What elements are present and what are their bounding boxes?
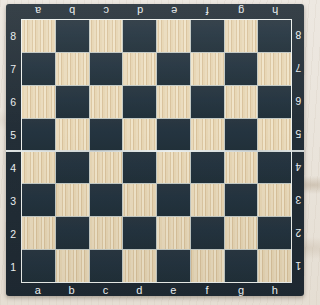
file-label-bottom-f: f	[190, 283, 224, 296]
square-h7[interactable]	[258, 53, 291, 85]
square-h5[interactable]	[258, 119, 291, 151]
rank-label-right-5: 5	[292, 118, 304, 151]
square-g5[interactable]	[225, 119, 258, 151]
square-e3[interactable]	[157, 184, 190, 216]
file-label-top-d: d	[123, 4, 157, 19]
square-h1[interactable]	[258, 250, 291, 282]
file-label-top-b: b	[55, 4, 89, 19]
square-g2[interactable]	[225, 217, 258, 249]
file-labels-bottom: abcdefgh	[21, 283, 292, 296]
square-d8[interactable]	[123, 20, 156, 52]
square-g4[interactable]	[225, 152, 258, 184]
square-g6[interactable]	[225, 86, 258, 118]
square-d5[interactable]	[123, 119, 156, 151]
rank-label-right-2: 2	[292, 217, 304, 250]
square-f5[interactable]	[191, 119, 224, 151]
square-a5[interactable]	[22, 119, 55, 151]
rank-label-right-7: 7	[292, 52, 304, 85]
square-d2[interactable]	[123, 217, 156, 249]
square-g3[interactable]	[225, 184, 258, 216]
square-a1[interactable]	[22, 250, 55, 282]
square-e8[interactable]	[157, 20, 190, 52]
square-b8[interactable]	[56, 20, 89, 52]
file-label-top-c: c	[89, 4, 123, 19]
file-label-top-h: h	[258, 4, 292, 19]
rank-label-right-6: 6	[292, 85, 304, 118]
square-h2[interactable]	[258, 217, 291, 249]
file-label-top-e: e	[157, 4, 191, 19]
rank-label-left-3: 3	[6, 184, 21, 217]
square-f8[interactable]	[191, 20, 224, 52]
square-d1[interactable]	[123, 250, 156, 282]
square-e5[interactable]	[157, 119, 190, 151]
rank-labels-right: 87654321	[292, 19, 304, 283]
square-h8[interactable]	[258, 20, 291, 52]
fold-seam	[6, 150, 304, 152]
square-f2[interactable]	[191, 217, 224, 249]
rank-label-left-6: 6	[6, 85, 21, 118]
square-f4[interactable]	[191, 152, 224, 184]
file-label-bottom-e: e	[157, 283, 191, 296]
square-b2[interactable]	[56, 217, 89, 249]
square-e2[interactable]	[157, 217, 190, 249]
chess-board: abcdefgh 87654321 87654321 abcdefgh	[6, 4, 304, 296]
square-c5[interactable]	[90, 119, 123, 151]
square-a6[interactable]	[22, 86, 55, 118]
square-e7[interactable]	[157, 53, 190, 85]
square-a3[interactable]	[22, 184, 55, 216]
square-a8[interactable]	[22, 20, 55, 52]
square-a2[interactable]	[22, 217, 55, 249]
square-d7[interactable]	[123, 53, 156, 85]
square-d4[interactable]	[123, 152, 156, 184]
square-g8[interactable]	[225, 20, 258, 52]
square-f6[interactable]	[191, 86, 224, 118]
file-labels-top: abcdefgh	[21, 4, 292, 19]
rank-label-left-1: 1	[6, 250, 21, 283]
square-a4[interactable]	[22, 152, 55, 184]
square-d6[interactable]	[123, 86, 156, 118]
square-e6[interactable]	[157, 86, 190, 118]
square-f3[interactable]	[191, 184, 224, 216]
square-g1[interactable]	[225, 250, 258, 282]
rank-label-right-3: 3	[292, 184, 304, 217]
square-c4[interactable]	[90, 152, 123, 184]
file-label-bottom-d: d	[123, 283, 157, 296]
square-h3[interactable]	[258, 184, 291, 216]
square-c8[interactable]	[90, 20, 123, 52]
square-c2[interactable]	[90, 217, 123, 249]
square-b3[interactable]	[56, 184, 89, 216]
rank-label-right-4: 4	[292, 151, 304, 184]
square-b5[interactable]	[56, 119, 89, 151]
square-c7[interactable]	[90, 53, 123, 85]
square-e1[interactable]	[157, 250, 190, 282]
square-h4[interactable]	[258, 152, 291, 184]
square-b6[interactable]	[56, 86, 89, 118]
square-c1[interactable]	[90, 250, 123, 282]
file-label-top-a: a	[21, 4, 55, 19]
square-b4[interactable]	[56, 152, 89, 184]
file-label-bottom-c: c	[89, 283, 123, 296]
square-d3[interactable]	[123, 184, 156, 216]
rank-label-left-4: 4	[6, 151, 21, 184]
square-e4[interactable]	[157, 152, 190, 184]
file-label-top-f: f	[190, 4, 224, 19]
rank-label-left-2: 2	[6, 217, 21, 250]
square-b7[interactable]	[56, 53, 89, 85]
square-b1[interactable]	[56, 250, 89, 282]
file-label-bottom-b: b	[55, 283, 89, 296]
rank-label-left-7: 7	[6, 52, 21, 85]
rank-label-left-5: 5	[6, 118, 21, 151]
square-f7[interactable]	[191, 53, 224, 85]
rank-label-right-8: 8	[292, 19, 304, 52]
rank-labels-left: 87654321	[6, 19, 21, 283]
square-f1[interactable]	[191, 250, 224, 282]
square-h6[interactable]	[258, 86, 291, 118]
file-label-bottom-g: g	[224, 283, 258, 296]
square-c6[interactable]	[90, 86, 123, 118]
square-c3[interactable]	[90, 184, 123, 216]
file-label-bottom-h: h	[258, 283, 292, 296]
file-label-bottom-a: a	[21, 283, 55, 296]
table-surface: abcdefgh 87654321 87654321 abcdefgh	[0, 0, 320, 305]
square-g7[interactable]	[225, 53, 258, 85]
rank-label-right-1: 1	[292, 250, 304, 283]
file-label-top-g: g	[224, 4, 258, 19]
square-a7[interactable]	[22, 53, 55, 85]
rank-label-left-8: 8	[6, 19, 21, 52]
